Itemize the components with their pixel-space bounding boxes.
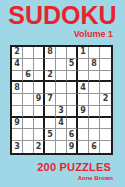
sudoku-digit: 8 [91, 60, 97, 68]
sudoku-cell-r7c2 [23, 118, 34, 130]
sudoku-cell-r8c6: 6 [67, 129, 78, 141]
sudoku-cell-r4c2 [23, 82, 34, 94]
sudoku-cell-r7c6 [67, 118, 78, 130]
sudoku-cell-r5c4: 7 [45, 94, 56, 106]
sudoku-cell-r4c7: 4 [78, 82, 89, 94]
sudoku-cell-r6c2 [23, 106, 34, 118]
sudoku-digit: 5 [69, 60, 75, 68]
sudoku-cell-r7c3 [34, 118, 45, 130]
sudoku-digit: 1 [80, 48, 86, 56]
sudoku-cell-r4c9 [100, 82, 111, 94]
sudoku-cell-r8c4: 5 [45, 129, 56, 141]
sudoku-digit: 7 [47, 95, 53, 103]
sudoku-cell-r9c5 [56, 141, 67, 153]
sudoku-cell-r1c9 [100, 47, 111, 59]
sudoku-cell-r6c8 [89, 106, 100, 118]
sudoku-cell-r5c7 [78, 94, 89, 106]
sudoku-cell-r9c8: 6 [89, 141, 100, 153]
sudoku-cell-r2c5 [56, 59, 67, 71]
sudoku-cell-r8c3 [34, 129, 45, 141]
sudoku-cell-r2c8: 8 [89, 59, 100, 71]
sudoku-cell-r3c6 [67, 71, 78, 83]
sudoku-cell-r3c7 [78, 71, 89, 83]
sudoku-digit: 8 [47, 48, 53, 56]
sudoku-cell-r9c7 [78, 141, 89, 153]
sudoku-cell-r2c1: 4 [12, 59, 23, 71]
sudoku-cell-r4c6 [67, 82, 78, 94]
sudoku-cell-r9c3: 2 [34, 141, 45, 153]
sudoku-cell-r5c9: 2 [100, 94, 111, 106]
sudoku-cell-r6c5: 3 [56, 106, 67, 118]
sudoku-cell-r8c2 [23, 129, 34, 141]
sudoku-digit: 9 [80, 107, 86, 115]
sudoku-cell-r3c4: 2 [45, 71, 56, 83]
sudoku-cell-r5c6 [67, 94, 78, 106]
sudoku-digit: 9 [36, 95, 42, 103]
sudoku-cell-r5c5 [56, 94, 67, 106]
sudoku-cell-r6c4 [45, 106, 56, 118]
sudoku-cell-r8c7 [78, 129, 89, 141]
sudoku-cell-r1c6 [67, 47, 78, 59]
sudoku-cell-r4c8 [89, 82, 100, 94]
sudoku-cell-r7c9 [100, 118, 111, 130]
sudoku-digit: 6 [69, 131, 75, 139]
sudoku-cell-r7c7 [78, 118, 89, 130]
sudoku-cell-r5c8 [89, 94, 100, 106]
sudoku-cell-r3c3 [34, 71, 45, 83]
sudoku-cell-r3c8 [89, 71, 100, 83]
sudoku-cell-r8c8 [89, 129, 100, 141]
sudoku-digit: 3 [14, 143, 20, 151]
sudoku-cell-r5c1 [12, 94, 23, 106]
sudoku-cell-r1c4: 8 [45, 47, 56, 59]
sudoku-cell-r4c1: 8 [12, 82, 23, 94]
book-cover: SUDOKU Volume 1 28145862849723994563296 … [0, 0, 125, 187]
sudoku-cell-r6c3 [34, 106, 45, 118]
sudoku-cell-r2c3 [34, 59, 45, 71]
sudoku-cell-r2c9 [100, 59, 111, 71]
sudoku-digit: 2 [103, 95, 109, 103]
sudoku-cell-r1c2 [23, 47, 34, 59]
sudoku-cell-r7c1: 9 [12, 118, 23, 130]
sudoku-cell-r2c7 [78, 59, 89, 71]
sudoku-digit: 9 [14, 119, 20, 127]
sudoku-digit: 2 [47, 71, 53, 79]
sudoku-cell-r2c6: 5 [67, 59, 78, 71]
sudoku-digit: 4 [58, 119, 64, 127]
volume-label: Volume 1 [74, 29, 113, 39]
sudoku-cell-r1c7: 1 [78, 47, 89, 59]
sudoku-cell-r7c5: 4 [56, 118, 67, 130]
author-name: Anne Brown [78, 175, 113, 181]
sudoku-digit: 9 [69, 143, 75, 151]
sudoku-digit: 3 [58, 107, 64, 115]
sudoku-cell-r4c3 [34, 82, 45, 94]
sudoku-cell-r9c9 [100, 141, 111, 153]
sudoku-cell-r9c4 [45, 141, 56, 153]
sudoku-digit: 2 [14, 48, 20, 56]
sudoku-digit: 4 [80, 84, 86, 92]
sudoku-digit: 5 [47, 131, 53, 139]
sudoku-cell-r5c2 [23, 94, 34, 106]
sudoku-cell-r3c9 [100, 71, 111, 83]
puzzle-count-label: 200 PUZZLES [37, 161, 111, 173]
sudoku-cell-r1c3 [34, 47, 45, 59]
sudoku-cell-r7c4 [45, 118, 56, 130]
sudoku-cell-r2c2 [23, 59, 34, 71]
book-title: SUDOKU [0, 3, 125, 28]
sudoku-cell-r4c5 [56, 82, 67, 94]
sudoku-cell-r1c8 [89, 47, 100, 59]
sudoku-cell-r8c1 [12, 129, 23, 141]
sudoku-cell-r3c1 [12, 71, 23, 83]
sudoku-cell-r6c1 [12, 106, 23, 118]
sudoku-digit: 4 [14, 60, 20, 68]
sudoku-cell-r6c9 [100, 106, 111, 118]
sudoku-cell-r8c5 [56, 129, 67, 141]
sudoku-cell-r9c2 [23, 141, 34, 153]
sudoku-grid: 28145862849723994563296 [10, 45, 113, 155]
sudoku-cell-r1c1: 2 [12, 47, 23, 59]
sudoku-cell-r8c9 [100, 129, 111, 141]
sudoku-digit: 6 [25, 71, 31, 79]
sudoku-cell-r9c6: 9 [67, 141, 78, 153]
sudoku-digit: 2 [36, 143, 42, 151]
sudoku-cell-r7c8 [89, 118, 100, 130]
sudoku-digit: 8 [14, 84, 20, 92]
sudoku-digit: 6 [91, 143, 97, 151]
sudoku-cell-r3c2: 6 [23, 71, 34, 83]
sudoku-cell-r6c6 [67, 106, 78, 118]
sudoku-cell-r9c1: 3 [12, 141, 23, 153]
sudoku-cell-r6c7: 9 [78, 106, 89, 118]
sudoku-cell-r2c4 [45, 59, 56, 71]
sudoku-cell-r4c4 [45, 82, 56, 94]
sudoku-cell-r1c5 [56, 47, 67, 59]
sudoku-cell-r3c5 [56, 71, 67, 83]
sudoku-cell-r5c3: 9 [34, 94, 45, 106]
